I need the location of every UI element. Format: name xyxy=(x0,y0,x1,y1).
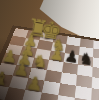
chessboard: ♜♚♟♞♟♟♟♞♟♟♞♟♝♟ xyxy=(0,25,99,100)
gold-pawn-piece[interactable]: ♟ xyxy=(25,73,44,93)
square-c3[interactable]: ♟ xyxy=(25,78,44,92)
square-g3[interactable] xyxy=(91,88,99,100)
chess-photo-scene: ♜♚♟♞♟♟♟♞♟♟♞♟♝♟ xyxy=(0,0,99,100)
gold-knight-piece[interactable]: ♞ xyxy=(31,52,49,71)
square-e6[interactable]: ♟ xyxy=(64,53,79,65)
square-d6[interactable]: ♟ xyxy=(49,51,65,63)
square-f6[interactable]: ♞ xyxy=(78,55,93,67)
board-grid: ♜♚♟♞♟♟♟♞♟♟♞♟♝♟ xyxy=(0,28,99,100)
board-frame: ♜♚♟♞♟♟♟♞♟♟♞♟♝♟ xyxy=(0,25,99,100)
square-c5[interactable]: ♞ xyxy=(32,58,49,70)
black-knight-piece[interactable]: ♞ xyxy=(78,50,95,68)
